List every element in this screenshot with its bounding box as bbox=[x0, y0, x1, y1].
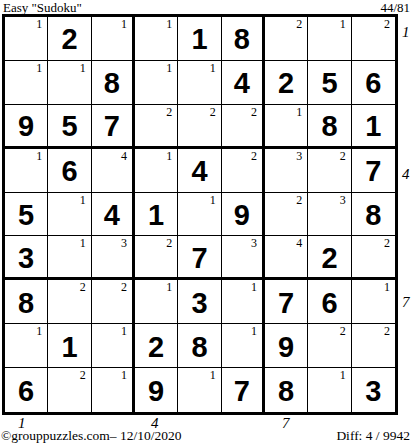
pencil-mark: 1 bbox=[121, 18, 127, 31]
sudoku-cell-r7c6[interactable]: 1 bbox=[222, 280, 265, 324]
sudoku-cell-r4c1[interactable]: 1 bbox=[5, 149, 48, 193]
sudoku-cell-r8c2[interactable]: 1 bbox=[48, 324, 91, 368]
given-digit: 1 bbox=[135, 193, 177, 236]
given-digit: 1 bbox=[48, 324, 90, 367]
pencil-mark: 2 bbox=[384, 18, 390, 31]
given-digit: 4 bbox=[178, 149, 220, 192]
pencil-mark: 3 bbox=[340, 194, 346, 207]
pencil-mark: 1 bbox=[166, 62, 172, 75]
sudoku-cell-r7c7[interactable]: 7 bbox=[265, 280, 308, 324]
given-digit: 8 bbox=[5, 280, 47, 323]
sudoku-cell-r9c5[interactable]: 1 bbox=[178, 368, 221, 412]
pencil-mark: 1 bbox=[80, 194, 86, 207]
given-digit: 7 bbox=[222, 368, 262, 412]
given-digit: 8 bbox=[222, 17, 262, 60]
sudoku-cell-r3c7[interactable]: 1 bbox=[265, 105, 308, 149]
pencil-mark: 2 bbox=[340, 325, 346, 338]
difficulty-text: Diff: 4 / 9942 bbox=[336, 428, 410, 444]
sudoku-cell-r1c5[interactable]: 1 bbox=[178, 17, 221, 61]
sudoku-cell-r3c2[interactable]: 5 bbox=[48, 105, 91, 149]
pencil-mark: 2 bbox=[166, 237, 172, 250]
sudoku-cell-r7c8[interactable]: 6 bbox=[308, 280, 351, 324]
given-digit: 7 bbox=[265, 280, 307, 323]
sudoku-cell-r6c7[interactable]: 4 bbox=[265, 236, 308, 280]
sudoku-cell-r6c8[interactable]: 2 bbox=[308, 236, 351, 280]
sudoku-cell-r7c5[interactable]: 3 bbox=[178, 280, 221, 324]
row-label-1: 1 bbox=[402, 25, 410, 40]
pencil-mark: 1 bbox=[251, 281, 257, 294]
sudoku-cell-r6c3[interactable]: 3 bbox=[92, 236, 135, 280]
given-digit: 2 bbox=[48, 17, 90, 60]
given-digit: 5 bbox=[5, 193, 47, 236]
sudoku-cell-r7c9[interactable]: 1 bbox=[352, 280, 395, 324]
given-digit: 2 bbox=[265, 61, 307, 104]
pencil-mark: 4 bbox=[121, 150, 127, 163]
sudoku-cell-r1c7[interactable]: 2 bbox=[265, 17, 308, 61]
sudoku-cell-r1c2[interactable]: 2 bbox=[48, 17, 91, 61]
given-digit: 7 bbox=[92, 105, 132, 146]
sudoku-cell-r8c4[interactable]: 2 bbox=[135, 324, 178, 368]
row-label-7: 7 bbox=[402, 295, 410, 310]
given-digit: 9 bbox=[5, 105, 47, 146]
given-digit: 3 bbox=[5, 236, 47, 277]
pencil-mark: 1 bbox=[296, 106, 302, 119]
pencil-mark: 3 bbox=[296, 150, 302, 163]
pencil-mark: 1 bbox=[210, 62, 216, 75]
sudoku-cell-r8c3[interactable]: 1 bbox=[92, 324, 135, 368]
pencil-mark: 2 bbox=[251, 150, 257, 163]
sudoku-cell-r5c6[interactable]: 9 bbox=[222, 193, 265, 237]
pencil-mark: 1 bbox=[340, 18, 346, 31]
given-digit: 3 bbox=[178, 280, 220, 323]
copyright-text: ©grouppuzzles.com– 12/10/2020 bbox=[1, 428, 181, 444]
sudoku-cell-r8c5[interactable]: 8 bbox=[178, 324, 221, 368]
given-digit: 4 bbox=[92, 193, 132, 236]
sudoku-cell-r5c8[interactable]: 3 bbox=[308, 193, 351, 237]
given-digit: 8 bbox=[92, 61, 132, 104]
pencil-mark: 1 bbox=[36, 325, 42, 338]
sudoku-cell-r9c8[interactable]: 1 bbox=[308, 368, 351, 412]
sudoku-cell-r7c2[interactable]: 2 bbox=[48, 280, 91, 324]
sudoku-cell-r1c8[interactable]: 1 bbox=[308, 17, 351, 61]
pencil-mark: 1 bbox=[340, 369, 346, 382]
sudoku-cell-r8c7[interactable]: 9 bbox=[265, 324, 308, 368]
sudoku-cell-r2c2[interactable]: 1 bbox=[48, 61, 91, 105]
pencil-mark: 2 bbox=[121, 281, 127, 294]
sudoku-cell-r6c4[interactable]: 2 bbox=[135, 236, 178, 280]
sudoku-cell-r3c9[interactable]: 1 bbox=[352, 105, 395, 149]
sudoku-cell-r2c7[interactable]: 2 bbox=[265, 61, 308, 105]
given-digit: 9 bbox=[265, 324, 307, 367]
sudoku-cell-r7c4[interactable]: 1 bbox=[135, 280, 178, 324]
pencil-mark: 3 bbox=[121, 237, 127, 250]
sudoku-cell-r8c1[interactable]: 1 bbox=[5, 324, 48, 368]
sudoku-cell-r8c6[interactable]: 1 bbox=[222, 324, 265, 368]
given-digit: 2 bbox=[308, 236, 350, 277]
sudoku-cell-r4c8[interactable]: 2 bbox=[308, 149, 351, 193]
sudoku-cell-r9c3[interactable]: 1 bbox=[92, 368, 135, 412]
sudoku-cell-r9c1[interactable]: 6 bbox=[5, 368, 48, 412]
pencil-mark: 2 bbox=[296, 18, 302, 31]
sudoku-cell-r4c5[interactable]: 4 bbox=[178, 149, 221, 193]
given-digit: 8 bbox=[308, 105, 350, 146]
sudoku-cell-r4c3[interactable]: 4 bbox=[92, 149, 135, 193]
sudoku-cell-r4c7[interactable]: 3 bbox=[265, 149, 308, 193]
given-digit: 6 bbox=[5, 368, 47, 412]
sudoku-cell-r4c2[interactable]: 6 bbox=[48, 149, 91, 193]
pencil-mark: 1 bbox=[80, 237, 86, 250]
pencil-mark: 1 bbox=[166, 281, 172, 294]
sudoku-cell-r9c7[interactable]: 8 bbox=[265, 368, 308, 412]
sudoku-cell-r8c9[interactable]: 2 bbox=[352, 324, 395, 368]
sudoku-cell-r4c6[interactable]: 2 bbox=[222, 149, 265, 193]
sudoku-cell-r3c1[interactable]: 9 bbox=[5, 105, 48, 149]
sudoku-cell-r9c4[interactable]: 9 bbox=[135, 368, 178, 412]
sudoku-cell-r1c3[interactable]: 1 bbox=[92, 17, 135, 61]
sudoku-cell-r5c5[interactable]: 1 bbox=[178, 193, 221, 237]
sudoku-cell-r7c1[interactable]: 8 bbox=[5, 280, 48, 324]
given-digit: 7 bbox=[178, 236, 220, 277]
given-digit: 5 bbox=[308, 61, 350, 104]
sudoku-cell-r9c9[interactable]: 3 bbox=[352, 368, 395, 412]
sudoku-cell-r6c5[interactable]: 7 bbox=[178, 236, 221, 280]
sudoku-cell-r5c4[interactable]: 1 bbox=[135, 193, 178, 237]
sudoku-cell-r2c5[interactable]: 1 bbox=[178, 61, 221, 105]
given-digit: 7 bbox=[352, 149, 395, 192]
given-digit: 8 bbox=[352, 193, 395, 236]
pencil-mark: 1 bbox=[210, 194, 216, 207]
sudoku-cell-r3c5[interactable]: 2 bbox=[178, 105, 221, 149]
pencil-mark: 1 bbox=[80, 62, 86, 75]
given-digit: 8 bbox=[178, 324, 220, 367]
pencil-mark: 2 bbox=[80, 281, 86, 294]
given-digit: 9 bbox=[222, 193, 262, 236]
pencil-mark: 1 bbox=[36, 18, 42, 31]
pencil-mark: 1 bbox=[36, 62, 42, 75]
sudoku-cell-r9c6[interactable]: 7 bbox=[222, 368, 265, 412]
sudoku-cell-r1c6[interactable]: 8 bbox=[222, 17, 265, 61]
sudoku-cell-r5c2[interactable]: 1 bbox=[48, 193, 91, 237]
sudoku-cell-r4c4[interactable]: 1 bbox=[135, 149, 178, 193]
sudoku-cell-r1c4[interactable]: 1 bbox=[135, 17, 178, 61]
pencil-mark: 2 bbox=[251, 106, 257, 119]
pencil-mark: 1 bbox=[210, 369, 216, 382]
pencil-mark: 3 bbox=[251, 237, 257, 250]
sudoku-cell-r3c8[interactable]: 8 bbox=[308, 105, 351, 149]
pencil-mark: 2 bbox=[166, 106, 172, 119]
sudoku-cell-r5c3[interactable]: 4 bbox=[92, 193, 135, 237]
given-digit: 1 bbox=[178, 17, 220, 60]
sudoku-cell-r1c1[interactable]: 1 bbox=[5, 17, 48, 61]
sudoku-cell-r6c6[interactable]: 3 bbox=[222, 236, 265, 280]
sudoku-cell-r2c4[interactable]: 1 bbox=[135, 61, 178, 105]
sudoku-cell-r2c9[interactable]: 6 bbox=[352, 61, 395, 105]
row-label-4: 4 bbox=[402, 167, 410, 182]
sudoku-cell-r2c3[interactable]: 8 bbox=[92, 61, 135, 105]
sudoku-cell-r4c9[interactable]: 7 bbox=[352, 149, 395, 193]
given-digit: 3 bbox=[352, 368, 395, 412]
sudoku-cell-r5c1[interactable]: 5 bbox=[5, 193, 48, 237]
sudoku-cell-r5c9[interactable]: 8 bbox=[352, 193, 395, 237]
pencil-mark: 2 bbox=[296, 194, 302, 207]
pencil-mark: 1 bbox=[121, 325, 127, 338]
sudoku-cell-r6c2[interactable]: 1 bbox=[48, 236, 91, 280]
pencil-mark: 2 bbox=[384, 237, 390, 250]
sudoku-cell-r6c9[interactable]: 2 bbox=[352, 236, 395, 280]
pencil-mark: 2 bbox=[384, 325, 390, 338]
sudoku-cell-r1c9[interactable]: 2 bbox=[352, 17, 395, 61]
given-digit: 6 bbox=[352, 61, 395, 104]
given-digit: 2 bbox=[135, 324, 177, 367]
sudoku-board: 1211182121181142569572221811641423275141… bbox=[2, 14, 398, 415]
given-digit: 8 bbox=[265, 368, 307, 412]
pencil-mark: 4 bbox=[296, 237, 302, 250]
pencil-mark: 2 bbox=[80, 369, 86, 382]
sudoku-cell-r3c6[interactable]: 2 bbox=[222, 105, 265, 149]
sudoku-cell-r3c3[interactable]: 7 bbox=[92, 105, 135, 149]
sudoku-cell-r9c2[interactable]: 2 bbox=[48, 368, 91, 412]
sudoku-cell-r8c8[interactable]: 2 bbox=[308, 324, 351, 368]
sudoku-cell-r6c1[interactable]: 3 bbox=[5, 236, 48, 280]
sudoku-cell-r5c7[interactable]: 2 bbox=[265, 193, 308, 237]
given-digit: 4 bbox=[222, 61, 262, 104]
pencil-mark: 1 bbox=[121, 369, 127, 382]
sudoku-cell-r2c6[interactable]: 4 bbox=[222, 61, 265, 105]
given-digit: 9 bbox=[135, 368, 177, 412]
sudoku-cell-r2c1[interactable]: 1 bbox=[5, 61, 48, 105]
pencil-mark: 1 bbox=[166, 18, 172, 31]
pencil-mark: 2 bbox=[340, 150, 346, 163]
pencil-mark: 1 bbox=[166, 150, 172, 163]
pencil-mark: 1 bbox=[251, 325, 257, 338]
pencil-mark: 1 bbox=[36, 150, 42, 163]
pencil-mark: 2 bbox=[210, 106, 216, 119]
given-digit: 6 bbox=[308, 280, 350, 323]
pencil-mark: 1 bbox=[384, 281, 390, 294]
sudoku-cell-r7c3[interactable]: 2 bbox=[92, 280, 135, 324]
sudoku-cell-r2c8[interactable]: 5 bbox=[308, 61, 351, 105]
given-digit: 6 bbox=[48, 149, 90, 192]
col-label-7: 7 bbox=[282, 416, 290, 431]
sudoku-cell-r3c4[interactable]: 2 bbox=[135, 105, 178, 149]
sudoku-page: { "game": "sudoku", "position": ".2..18.… bbox=[0, 0, 412, 445]
given-digit: 1 bbox=[352, 105, 395, 146]
given-digit: 5 bbox=[48, 105, 90, 146]
